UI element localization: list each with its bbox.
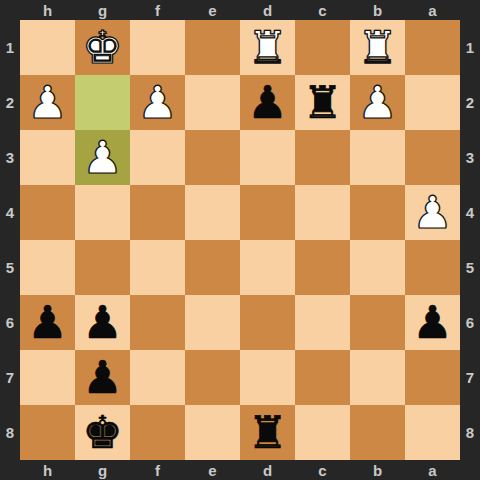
file-label-d: d [240,460,295,480]
square-e2[interactable] [185,75,240,130]
square-b1[interactable]: ♜ [350,20,405,75]
piece-white-pawn[interactable]: ♟ [27,75,67,130]
square-f7[interactable] [130,350,185,405]
square-h2[interactable]: ♟ [20,75,75,130]
square-e8[interactable] [185,405,240,460]
square-g2[interactable] [75,75,130,130]
piece-white-pawn[interactable]: ♟ [412,185,452,240]
chess-board-frame: hgfedcba hgfedcba 12345678 12345678 ♚♜♜♟… [0,0,480,480]
square-e7[interactable] [185,350,240,405]
square-h4[interactable] [20,185,75,240]
square-b2[interactable]: ♟ [350,75,405,130]
file-label-h: h [20,0,75,20]
piece-white-pawn[interactable]: ♟ [82,130,122,185]
rank-labels-right: 12345678 [460,20,480,460]
square-g6[interactable]: ♟ [75,295,130,350]
square-f6[interactable] [130,295,185,350]
square-f2[interactable]: ♟ [130,75,185,130]
chess-board[interactable]: ♚♜♜♟♟♟♜♟♟♟♟♟♟♟♚♜ [20,20,460,460]
file-label-g: g [75,0,130,20]
rank-label-4: 4 [460,185,480,240]
rank-label-3: 3 [0,130,20,185]
square-h3[interactable] [20,130,75,185]
piece-white-pawn[interactable]: ♟ [357,75,397,130]
square-h6[interactable]: ♟ [20,295,75,350]
square-e5[interactable] [185,240,240,295]
piece-black-pawn[interactable]: ♟ [412,295,452,350]
rank-label-1: 1 [0,20,20,75]
file-label-b: b [350,460,405,480]
square-f1[interactable] [130,20,185,75]
square-d7[interactable] [240,350,295,405]
rank-label-6: 6 [0,295,20,350]
square-b3[interactable] [350,130,405,185]
square-b4[interactable] [350,185,405,240]
square-c8[interactable] [295,405,350,460]
square-d6[interactable] [240,295,295,350]
rank-label-4: 4 [0,185,20,240]
square-e3[interactable] [185,130,240,185]
file-label-g: g [75,460,130,480]
square-g4[interactable] [75,185,130,240]
file-label-e: e [185,460,240,480]
rank-label-8: 8 [0,405,20,460]
square-d3[interactable] [240,130,295,185]
file-label-f: f [130,460,185,480]
file-label-h: h [20,460,75,480]
square-a8[interactable] [405,405,460,460]
rank-labels-left: 12345678 [0,20,20,460]
square-c1[interactable] [295,20,350,75]
square-h7[interactable] [20,350,75,405]
square-d5[interactable] [240,240,295,295]
square-f8[interactable] [130,405,185,460]
square-g8[interactable]: ♚ [75,405,130,460]
piece-black-pawn[interactable]: ♟ [247,75,287,130]
piece-white-rook[interactable]: ♜ [357,20,397,75]
file-label-a: a [405,460,460,480]
file-label-e: e [185,0,240,20]
square-g3[interactable]: ♟ [75,130,130,185]
square-c6[interactable] [295,295,350,350]
square-d8[interactable]: ♜ [240,405,295,460]
rank-label-2: 2 [0,75,20,130]
square-e1[interactable] [185,20,240,75]
rank-label-2: 2 [460,75,480,130]
square-a1[interactable] [405,20,460,75]
file-label-a: a [405,0,460,20]
rank-label-1: 1 [460,20,480,75]
square-c5[interactable] [295,240,350,295]
piece-white-rook[interactable]: ♜ [247,20,287,75]
piece-black-king[interactable]: ♚ [82,405,122,460]
piece-black-pawn[interactable]: ♟ [82,295,122,350]
file-label-f: f [130,0,185,20]
rank-label-5: 5 [0,240,20,295]
square-c3[interactable] [295,130,350,185]
rank-label-7: 7 [0,350,20,405]
rank-label-7: 7 [460,350,480,405]
square-d4[interactable] [240,185,295,240]
square-h8[interactable] [20,405,75,460]
square-b8[interactable] [350,405,405,460]
square-a7[interactable] [405,350,460,405]
square-a3[interactable] [405,130,460,185]
square-b5[interactable] [350,240,405,295]
file-label-c: c [295,460,350,480]
file-labels-bottom: hgfedcba [20,460,460,480]
file-label-c: c [295,0,350,20]
piece-white-king[interactable]: ♚ [82,20,122,75]
square-a2[interactable] [405,75,460,130]
square-e4[interactable] [185,185,240,240]
square-g1[interactable]: ♚ [75,20,130,75]
rank-label-5: 5 [460,240,480,295]
square-a6[interactable]: ♟ [405,295,460,350]
square-c2[interactable]: ♜ [295,75,350,130]
square-a4[interactable]: ♟ [405,185,460,240]
file-label-b: b [350,0,405,20]
square-g7[interactable]: ♟ [75,350,130,405]
square-e6[interactable] [185,295,240,350]
square-b6[interactable] [350,295,405,350]
square-f3[interactable] [130,130,185,185]
file-label-d: d [240,0,295,20]
square-a5[interactable] [405,240,460,295]
square-c4[interactable] [295,185,350,240]
square-f4[interactable] [130,185,185,240]
piece-black-pawn[interactable]: ♟ [27,295,67,350]
rank-label-6: 6 [460,295,480,350]
piece-black-rook[interactable]: ♜ [302,75,342,130]
file-labels-top: hgfedcba [20,0,460,20]
square-f5[interactable] [130,240,185,295]
piece-white-pawn[interactable]: ♟ [137,75,177,130]
square-d1[interactable]: ♜ [240,20,295,75]
square-c7[interactable] [295,350,350,405]
rank-label-3: 3 [460,130,480,185]
rank-label-8: 8 [460,405,480,460]
piece-black-rook[interactable]: ♜ [247,405,287,460]
square-g5[interactable] [75,240,130,295]
piece-black-pawn[interactable]: ♟ [82,350,122,405]
square-h5[interactable] [20,240,75,295]
square-h1[interactable] [20,20,75,75]
square-d2[interactable]: ♟ [240,75,295,130]
square-b7[interactable] [350,350,405,405]
